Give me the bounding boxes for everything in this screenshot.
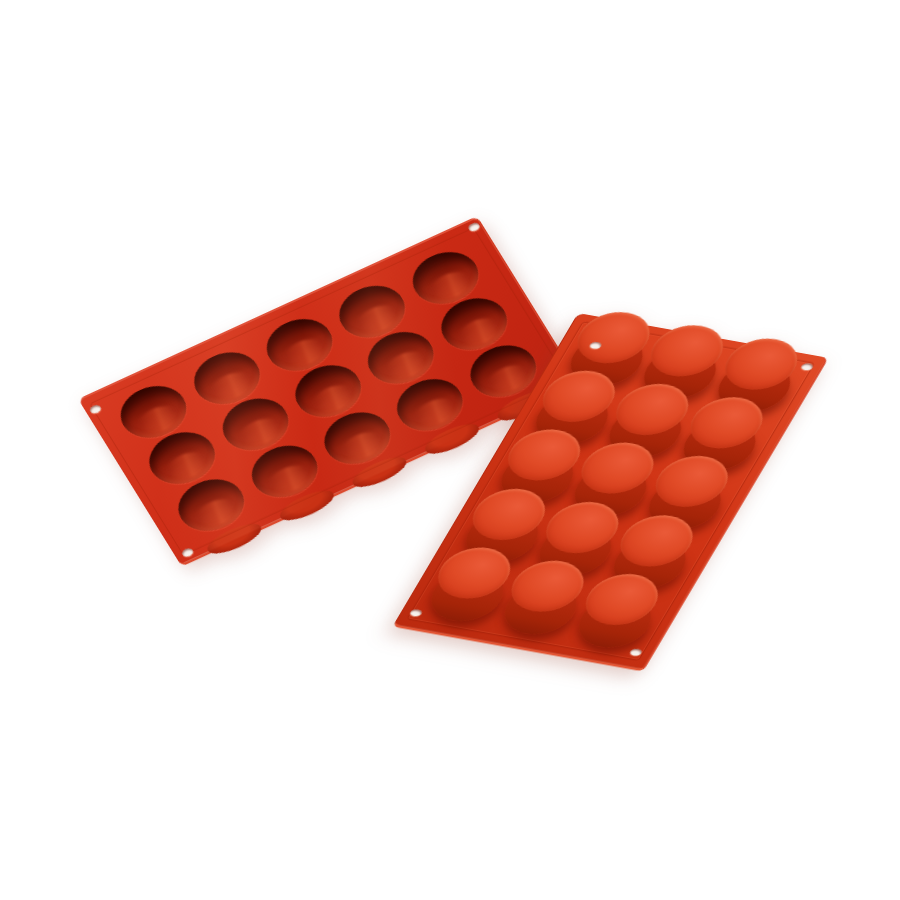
- product-photo: [0, 0, 900, 900]
